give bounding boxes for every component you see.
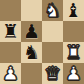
white-pawn-piece[interactable]: ♟ — [65, 63, 82, 84]
square-r1-c1[interactable]: ♟ — [21, 21, 42, 42]
square-r1-c2[interactable] — [42, 21, 63, 42]
square-r0-c1[interactable] — [21, 0, 42, 21]
black-rook-piece[interactable]: ♜ — [2, 21, 19, 42]
square-r2-c2[interactable] — [42, 42, 63, 63]
square-r0-c2[interactable]: ♞ — [42, 0, 63, 21]
square-r3-c0[interactable]: ♟ — [0, 63, 21, 84]
square-r0-c3[interactable]: ♝ — [63, 0, 84, 21]
white-pawn-piece[interactable]: ♟ — [2, 63, 19, 84]
square-r0-c0[interactable] — [0, 0, 21, 21]
white-knight-piece[interactable]: ♞ — [44, 0, 61, 21]
white-queen-piece[interactable]: ♛ — [44, 63, 61, 84]
white-rook-piece[interactable]: ♜ — [65, 42, 82, 63]
square-r3-c3[interactable]: ♟ — [63, 63, 84, 84]
square-r2-c0[interactable] — [0, 42, 21, 63]
square-r2-c1[interactable]: ♞ — [21, 42, 42, 63]
chess-board: ♞♝♜♟♞♜♟♛♟ — [0, 0, 84, 84]
black-knight-piece[interactable]: ♞ — [23, 42, 40, 63]
square-r1-c3[interactable] — [63, 21, 84, 42]
square-r1-c0[interactable]: ♜ — [0, 21, 21, 42]
square-r2-c3[interactable]: ♜ — [63, 42, 84, 63]
black-bishop-piece[interactable]: ♝ — [65, 0, 82, 21]
square-r3-c1[interactable] — [21, 63, 42, 84]
black-pawn-piece[interactable]: ♟ — [23, 21, 40, 42]
square-r3-c2[interactable]: ♛ — [42, 63, 63, 84]
